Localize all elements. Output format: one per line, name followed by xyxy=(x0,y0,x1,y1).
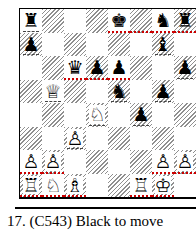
piece-white-knight: ♘ xyxy=(42,174,64,198)
square-c4 xyxy=(64,103,86,127)
square-f8 xyxy=(130,9,152,33)
red-squiggle-mark xyxy=(152,195,174,197)
square-g2: ♙ xyxy=(152,150,174,174)
square-f3 xyxy=(130,127,152,151)
square-e8: ♚ xyxy=(108,9,130,33)
piece-white-pawn: ♙ xyxy=(64,127,86,151)
square-f2 xyxy=(130,150,152,174)
red-squiggle-mark xyxy=(42,172,64,174)
dash-mark xyxy=(155,54,171,55)
square-b7 xyxy=(42,33,64,57)
dash-mark xyxy=(23,54,39,55)
square-a7: ♟ xyxy=(20,33,42,57)
square-a1: ♖ xyxy=(20,174,42,198)
piece-black-pawn: ♟ xyxy=(86,56,108,80)
square-c7 xyxy=(64,33,86,57)
dash-mark xyxy=(67,148,83,149)
dash-mark xyxy=(133,125,149,126)
piece-white-pawn: ♙ xyxy=(42,150,64,174)
square-d7 xyxy=(86,33,108,57)
square-f7 xyxy=(130,33,152,57)
red-squiggle-mark xyxy=(42,195,64,197)
square-d8 xyxy=(86,9,108,33)
square-b2: ♙ xyxy=(42,150,64,174)
square-c6: ♛ xyxy=(64,56,86,80)
red-squiggle-mark xyxy=(152,31,174,33)
square-a3 xyxy=(20,127,42,151)
square-g3 xyxy=(152,127,174,151)
piece-white-pawn: ♙ xyxy=(174,150,196,174)
dash-mark xyxy=(89,125,105,126)
square-a6 xyxy=(20,56,42,80)
red-squiggle-mark xyxy=(20,172,42,174)
square-h6: ♟ xyxy=(174,56,196,80)
piece-white-pawn: ♙ xyxy=(152,150,174,174)
square-h2: ♙ xyxy=(174,150,196,174)
red-squiggle-mark xyxy=(86,78,108,80)
square-e2 xyxy=(108,150,130,174)
square-g5: ♟ xyxy=(152,80,174,104)
red-squiggle-mark xyxy=(20,195,42,197)
piece-white-pawn: ♙ xyxy=(20,150,42,174)
red-squiggle-mark xyxy=(108,78,130,80)
divider-rule xyxy=(15,207,196,209)
square-e3 xyxy=(108,127,130,151)
square-d1 xyxy=(86,174,108,198)
square-b4 xyxy=(42,103,64,127)
dash-mark xyxy=(45,101,61,102)
square-h7 xyxy=(174,33,196,57)
square-g1: ♔ xyxy=(152,174,174,198)
square-e4 xyxy=(108,103,130,127)
piece-black-pawn: ♟ xyxy=(20,33,42,57)
square-b3 xyxy=(42,127,64,151)
dash-mark xyxy=(23,31,39,32)
square-h3 xyxy=(174,127,196,151)
square-a8: ♜ xyxy=(20,9,42,33)
piece-white-rook: ♖ xyxy=(130,174,152,198)
square-b1: ♘ xyxy=(42,174,64,198)
square-h5 xyxy=(174,80,196,104)
square-g4 xyxy=(152,103,174,127)
square-d3 xyxy=(86,127,108,151)
piece-white-queen: ♕ xyxy=(42,80,64,104)
piece-black-rook: ♜ xyxy=(174,9,196,33)
square-c8 xyxy=(64,9,86,33)
square-f5 xyxy=(130,80,152,104)
square-g6 xyxy=(152,56,174,80)
piece-white-rook: ♖ xyxy=(20,174,42,198)
square-e7 xyxy=(108,33,130,57)
square-e6: ♟ xyxy=(108,56,130,80)
red-squiggle-mark xyxy=(174,31,196,33)
red-squiggle-mark xyxy=(130,31,152,33)
square-h4 xyxy=(174,103,196,127)
square-b8 xyxy=(42,9,64,33)
square-h1 xyxy=(174,174,196,198)
square-e5: ♞ xyxy=(108,80,130,104)
square-d2 xyxy=(86,150,108,174)
piece-black-queen: ♛ xyxy=(64,56,86,80)
square-c2 xyxy=(64,150,86,174)
square-d5 xyxy=(86,80,108,104)
square-c1: ♗ xyxy=(64,174,86,198)
chess-board: ♜♚♞♜♟♝♛♟♟♟♕♞♟♘♟♙♙♙♙♙♖♘♗♖♔ xyxy=(19,8,196,199)
piece-black-pawn: ♟ xyxy=(152,80,174,104)
piece-black-pawn: ♟ xyxy=(108,56,130,80)
square-c5 xyxy=(64,80,86,104)
square-g7: ♝ xyxy=(152,33,174,57)
red-squiggle-mark xyxy=(64,78,86,80)
piece-black-rook: ♜ xyxy=(20,9,42,33)
dash-mark xyxy=(111,101,127,102)
piece-white-bishop: ♗ xyxy=(64,174,86,198)
piece-black-knight: ♞ xyxy=(152,9,174,33)
red-squiggle-mark xyxy=(174,172,196,174)
square-d4: ♘ xyxy=(86,103,108,127)
square-g8: ♞ xyxy=(152,9,174,33)
square-h8: ♜ xyxy=(174,9,196,33)
red-squiggle-mark xyxy=(108,31,130,33)
square-b5: ♕ xyxy=(42,80,64,104)
dash-mark xyxy=(177,78,193,79)
diagram-caption: 17. (C543) Black to move xyxy=(7,213,163,230)
red-squiggle-mark xyxy=(152,172,174,174)
red-squiggle-mark xyxy=(130,195,152,197)
piece-black-pawn: ♟ xyxy=(174,56,196,80)
square-c3: ♙ xyxy=(64,127,86,151)
square-a4 xyxy=(20,103,42,127)
square-f6 xyxy=(130,56,152,80)
square-a2: ♙ xyxy=(20,150,42,174)
square-b6 xyxy=(42,56,64,80)
red-squiggle-mark xyxy=(64,195,86,197)
piece-white-knight: ♘ xyxy=(86,103,108,127)
piece-black-pawn: ♟ xyxy=(130,103,152,127)
square-f4: ♟ xyxy=(130,103,152,127)
piece-black-king: ♚ xyxy=(108,9,130,33)
square-f1: ♖ xyxy=(130,174,152,198)
piece-black-knight: ♞ xyxy=(108,80,130,104)
piece-white-king: ♔ xyxy=(152,174,174,198)
square-d6: ♟ xyxy=(86,56,108,80)
piece-black-bishop: ♝ xyxy=(152,33,174,57)
square-a5 xyxy=(20,80,42,104)
dash-mark xyxy=(155,101,171,102)
square-e1 xyxy=(108,174,130,198)
